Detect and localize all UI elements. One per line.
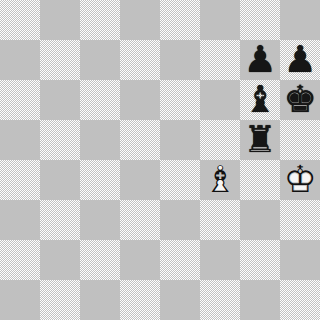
square-d7[interactable] <box>120 40 160 80</box>
square-g3[interactable] <box>240 200 280 240</box>
square-a6[interactable] <box>0 80 40 120</box>
square-e5[interactable] <box>160 120 200 160</box>
square-a5[interactable] <box>0 120 40 160</box>
square-h3[interactable] <box>280 200 320 240</box>
square-c8[interactable] <box>80 0 120 40</box>
square-e1[interactable] <box>160 280 200 320</box>
square-b3[interactable] <box>40 200 80 240</box>
square-b1[interactable] <box>40 280 80 320</box>
square-f1[interactable] <box>200 280 240 320</box>
white-bishop-f4[interactable]: ♝♗ <box>200 160 240 200</box>
square-c1[interactable] <box>80 280 120 320</box>
black-pawn-g7[interactable]: ♟ <box>240 40 280 80</box>
square-h5[interactable] <box>280 120 320 160</box>
square-h8[interactable] <box>280 0 320 40</box>
square-d8[interactable] <box>120 0 160 40</box>
square-f7[interactable] <box>200 40 240 80</box>
square-f8[interactable] <box>200 0 240 40</box>
square-d3[interactable] <box>120 200 160 240</box>
black-rook-g5[interactable]: ♜ <box>240 120 280 160</box>
square-g2[interactable] <box>240 240 280 280</box>
square-g4[interactable] <box>240 160 280 200</box>
square-a7[interactable] <box>0 40 40 80</box>
black-piece-glyph: ♟ <box>280 40 320 80</box>
square-f2[interactable] <box>200 240 240 280</box>
square-a2[interactable] <box>0 240 40 280</box>
square-f6[interactable] <box>200 80 240 120</box>
square-h7[interactable]: ♟ <box>280 40 320 80</box>
black-piece-glyph: ♜ <box>240 120 280 160</box>
square-h6[interactable]: ♚ <box>280 80 320 120</box>
black-piece-glyph: ♝ <box>240 80 280 120</box>
black-pawn-h7[interactable]: ♟ <box>280 40 320 80</box>
square-a1[interactable] <box>0 280 40 320</box>
square-b6[interactable] <box>40 80 80 120</box>
square-e8[interactable] <box>160 0 200 40</box>
square-g6[interactable]: ♝ <box>240 80 280 120</box>
square-e6[interactable] <box>160 80 200 120</box>
square-e2[interactable] <box>160 240 200 280</box>
square-d4[interactable] <box>120 160 160 200</box>
square-b8[interactable] <box>40 0 80 40</box>
square-h1[interactable] <box>280 280 320 320</box>
square-a3[interactable] <box>0 200 40 240</box>
square-e3[interactable] <box>160 200 200 240</box>
white-piece-outline: ♗ <box>200 160 240 200</box>
square-f5[interactable] <box>200 120 240 160</box>
square-d1[interactable] <box>120 280 160 320</box>
square-g7[interactable]: ♟ <box>240 40 280 80</box>
square-g8[interactable] <box>240 0 280 40</box>
square-c4[interactable] <box>80 160 120 200</box>
square-b4[interactable] <box>40 160 80 200</box>
black-bishop-g6[interactable]: ♝ <box>240 80 280 120</box>
square-c3[interactable] <box>80 200 120 240</box>
square-d2[interactable] <box>120 240 160 280</box>
square-g1[interactable] <box>240 280 280 320</box>
square-c6[interactable] <box>80 80 120 120</box>
black-piece-glyph: ♟ <box>240 40 280 80</box>
square-g5[interactable]: ♜ <box>240 120 280 160</box>
square-f4[interactable]: ♝♗ <box>200 160 240 200</box>
square-b5[interactable] <box>40 120 80 160</box>
black-piece-glyph: ♚ <box>280 80 320 120</box>
white-king-h4[interactable]: ♚♔ <box>280 160 320 200</box>
square-a4[interactable] <box>0 160 40 200</box>
square-d6[interactable] <box>120 80 160 120</box>
square-h4[interactable]: ♚♔ <box>280 160 320 200</box>
square-d5[interactable] <box>120 120 160 160</box>
square-h2[interactable] <box>280 240 320 280</box>
square-c2[interactable] <box>80 240 120 280</box>
square-a8[interactable] <box>0 0 40 40</box>
square-c5[interactable] <box>80 120 120 160</box>
square-c7[interactable] <box>80 40 120 80</box>
square-e7[interactable] <box>160 40 200 80</box>
chess-board: ♟♟♝♚♜♝♗♚♔ <box>0 0 320 320</box>
square-b2[interactable] <box>40 240 80 280</box>
square-e4[interactable] <box>160 160 200 200</box>
square-b7[interactable] <box>40 40 80 80</box>
black-king-h6[interactable]: ♚ <box>280 80 320 120</box>
white-piece-outline: ♔ <box>280 160 320 200</box>
square-f3[interactable] <box>200 200 240 240</box>
